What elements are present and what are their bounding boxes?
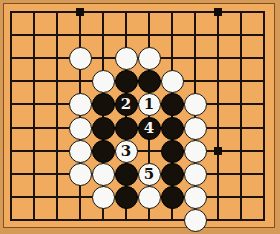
move-number-label: 2	[121, 96, 131, 111]
white-stone	[92, 186, 115, 209]
black-stone	[161, 117, 184, 140]
star-point	[76, 8, 84, 16]
white-stone	[138, 47, 161, 70]
black-stone: 2	[115, 93, 138, 116]
white-stone	[184, 93, 207, 116]
star-point	[214, 8, 222, 16]
white-stone	[138, 186, 161, 209]
white-stone	[184, 163, 207, 186]
black-stone	[92, 140, 115, 163]
white-stone	[92, 163, 115, 186]
white-stone	[69, 47, 92, 70]
star-point	[214, 147, 222, 155]
white-stone	[184, 209, 207, 232]
white-stone	[184, 140, 207, 163]
white-stone: 5	[138, 163, 161, 186]
white-stone	[69, 93, 92, 116]
black-stone	[115, 70, 138, 93]
black-stone	[115, 117, 138, 140]
black-stone	[92, 117, 115, 140]
move-number-label: 1	[144, 96, 154, 111]
black-stone	[115, 163, 138, 186]
white-stone	[115, 47, 138, 70]
white-stone	[92, 70, 115, 93]
go-board: 21435	[0, 0, 280, 234]
white-stone: 1	[138, 93, 161, 116]
black-stone: 4	[138, 117, 161, 140]
black-stone	[161, 140, 184, 163]
black-stone	[92, 93, 115, 116]
black-stone	[138, 70, 161, 93]
white-stone	[161, 70, 184, 93]
white-stone	[69, 117, 92, 140]
black-stone	[161, 163, 184, 186]
white-stone	[184, 117, 207, 140]
black-stone	[115, 186, 138, 209]
white-stone	[69, 140, 92, 163]
black-stone	[161, 186, 184, 209]
white-stone: 3	[115, 140, 138, 163]
white-stone	[69, 163, 92, 186]
white-stone	[184, 186, 207, 209]
black-stone	[161, 93, 184, 116]
move-number-label: 4	[144, 120, 154, 135]
move-number-label: 3	[121, 143, 131, 158]
move-number-label: 5	[144, 166, 154, 181]
